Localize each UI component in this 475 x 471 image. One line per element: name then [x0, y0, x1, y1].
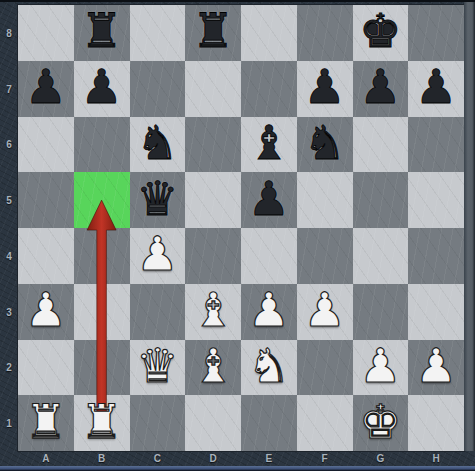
square-e8[interactable] [241, 5, 297, 61]
file-label-g: G [370, 453, 390, 464]
white-rook[interactable]: ♜ [25, 398, 67, 445]
square-d4[interactable] [185, 228, 241, 284]
square-a4[interactable] [18, 228, 74, 284]
square-g1[interactable]: ♚ [353, 395, 409, 451]
rank-label-5: 5 [0, 195, 18, 206]
square-a1[interactable]: ♜ [18, 395, 74, 451]
black-pawn[interactable]: ♟ [81, 63, 123, 110]
square-h7[interactable]: ♟ [408, 61, 464, 117]
square-e2[interactable]: ♞ [241, 340, 297, 396]
square-g8[interactable]: ♚ [353, 5, 409, 61]
white-pawn[interactable]: ♟ [415, 342, 457, 389]
square-b2[interactable] [74, 340, 130, 396]
rank-label-1: 1 [0, 418, 18, 429]
black-king[interactable]: ♚ [359, 7, 401, 54]
square-e4[interactable] [241, 228, 297, 284]
white-pawn[interactable]: ♟ [248, 286, 290, 333]
square-b8[interactable]: ♜ [74, 5, 130, 61]
square-c1[interactable] [130, 395, 186, 451]
square-g5[interactable] [353, 172, 409, 228]
white-bishop[interactable]: ♝ [192, 342, 234, 389]
white-rook[interactable]: ♜ [81, 398, 123, 445]
black-pawn[interactable]: ♟ [359, 63, 401, 110]
black-knight[interactable]: ♞ [136, 119, 178, 166]
rank-label-4: 4 [0, 250, 18, 261]
square-g7[interactable]: ♟ [353, 61, 409, 117]
square-g2[interactable]: ♟ [353, 340, 409, 396]
file-label-f: F [315, 453, 335, 464]
square-c7[interactable] [130, 61, 186, 117]
chess-board[interactable]: ♜♜♚♟♟♟♟♟♞♝♞♛♟♟♟♝♟♟♛♝♞♟♟♜♜♚ [18, 5, 464, 451]
file-label-b: B [92, 453, 112, 464]
square-h3[interactable] [408, 284, 464, 340]
square-b4[interactable] [74, 228, 130, 284]
black-queen[interactable]: ♛ [136, 175, 178, 222]
square-g4[interactable] [353, 228, 409, 284]
square-h4[interactable] [408, 228, 464, 284]
white-pawn[interactable]: ♟ [136, 230, 178, 277]
square-b7[interactable]: ♟ [74, 61, 130, 117]
square-f5[interactable] [297, 172, 353, 228]
rank-label-8: 8 [0, 27, 18, 38]
square-f8[interactable] [297, 5, 353, 61]
rank-label-6: 6 [0, 139, 18, 150]
square-c8[interactable] [130, 5, 186, 61]
white-pawn[interactable]: ♟ [25, 286, 67, 333]
square-f4[interactable] [297, 228, 353, 284]
square-a2[interactable] [18, 340, 74, 396]
file-label-d: D [203, 453, 223, 464]
square-b5[interactable] [74, 172, 130, 228]
square-a7[interactable]: ♟ [18, 61, 74, 117]
chess-board-window: ♜♜♚♟♟♟♟♟♞♝♞♛♟♟♟♝♟♟♛♝♞♟♟♜♜♚ 87654321 ABCD… [0, 0, 475, 471]
white-knight[interactable]: ♞ [248, 342, 290, 389]
square-h2[interactable]: ♟ [408, 340, 464, 396]
square-d1[interactable] [185, 395, 241, 451]
square-f7[interactable]: ♟ [297, 61, 353, 117]
black-rook[interactable]: ♜ [192, 7, 234, 54]
black-pawn[interactable]: ♟ [304, 63, 346, 110]
square-d3[interactable]: ♝ [185, 284, 241, 340]
white-queen[interactable]: ♛ [136, 342, 178, 389]
square-f1[interactable] [297, 395, 353, 451]
square-e3[interactable]: ♟ [241, 284, 297, 340]
square-b3[interactable] [74, 284, 130, 340]
square-c5[interactable]: ♛ [130, 172, 186, 228]
file-label-a: A [36, 453, 56, 464]
square-a8[interactable] [18, 5, 74, 61]
square-e6[interactable]: ♝ [241, 117, 297, 173]
white-pawn[interactable]: ♟ [359, 342, 401, 389]
square-h6[interactable] [408, 117, 464, 173]
square-b1[interactable]: ♜ [74, 395, 130, 451]
square-h5[interactable] [408, 172, 464, 228]
black-pawn[interactable]: ♟ [415, 63, 457, 110]
file-label-c: C [147, 453, 167, 464]
black-pawn[interactable]: ♟ [248, 175, 290, 222]
square-d2[interactable]: ♝ [185, 340, 241, 396]
square-d6[interactable] [185, 117, 241, 173]
square-a5[interactable] [18, 172, 74, 228]
square-f6[interactable]: ♞ [297, 117, 353, 173]
rank-label-7: 7 [0, 83, 18, 94]
square-h1[interactable] [408, 395, 464, 451]
white-king[interactable]: ♚ [359, 398, 401, 445]
square-b6[interactable] [74, 117, 130, 173]
square-f3[interactable]: ♟ [297, 284, 353, 340]
file-label-h: H [426, 453, 446, 464]
black-bishop[interactable]: ♝ [248, 119, 290, 166]
file-label-e: E [259, 453, 279, 464]
square-c6[interactable]: ♞ [130, 117, 186, 173]
square-e7[interactable] [241, 61, 297, 117]
square-e1[interactable] [241, 395, 297, 451]
rank-label-3: 3 [0, 306, 18, 317]
square-h8[interactable] [408, 5, 464, 61]
square-c2[interactable]: ♛ [130, 340, 186, 396]
square-f2[interactable] [297, 340, 353, 396]
white-bishop[interactable]: ♝ [192, 286, 234, 333]
black-knight[interactable]: ♞ [304, 119, 346, 166]
rank-label-2: 2 [0, 362, 18, 373]
square-g3[interactable] [353, 284, 409, 340]
square-a3[interactable]: ♟ [18, 284, 74, 340]
square-d8[interactable]: ♜ [185, 5, 241, 61]
frame-top-edge [0, 0, 475, 2]
black-pawn[interactable]: ♟ [25, 63, 67, 110]
square-d5[interactable] [185, 172, 241, 228]
frame-bottom-edge [0, 466, 475, 471]
black-rook[interactable]: ♜ [81, 7, 123, 54]
white-pawn[interactable]: ♟ [304, 286, 346, 333]
square-c3[interactable] [130, 284, 186, 340]
square-e5[interactable]: ♟ [241, 172, 297, 228]
frame-right-edge [464, 2, 475, 451]
square-c4[interactable]: ♟ [130, 228, 186, 284]
square-a6[interactable] [18, 117, 74, 173]
square-d7[interactable] [185, 61, 241, 117]
square-g6[interactable] [353, 117, 409, 173]
